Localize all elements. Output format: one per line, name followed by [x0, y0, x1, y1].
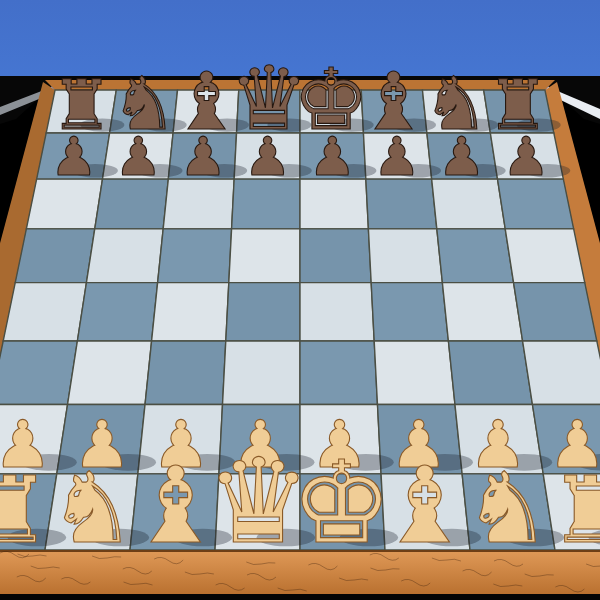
- piece-black-pawn-h7[interactable]: ♟: [502, 126, 550, 188]
- square-f5[interactable]: [368, 229, 442, 283]
- square-e3[interactable]: [300, 341, 377, 405]
- piece-black-pawn-f7[interactable]: ♟: [373, 126, 421, 188]
- square-a3[interactable]: [0, 341, 77, 405]
- piece-black-pawn-g7[interactable]: ♟: [438, 126, 486, 188]
- piece-white-rook-a1[interactable]: ♜: [0, 457, 51, 564]
- square-e4[interactable]: [300, 283, 374, 341]
- square-g4[interactable]: [442, 283, 522, 341]
- square-d4[interactable]: [226, 283, 300, 341]
- chess-3d-scene: ♜♞♝♛♚♝♞♜♟♟♟♟♟♟♟♟♟♟♟♟♟♟♟♟♜♞♝♛♚♝♞♜: [0, 0, 600, 600]
- square-h4[interactable]: [514, 283, 597, 341]
- piece-white-knight-b1[interactable]: ♞: [49, 451, 137, 565]
- square-f4[interactable]: [371, 283, 448, 341]
- piece-white-bishop-f1[interactable]: ♝: [377, 444, 471, 567]
- table-front-edge: [0, 594, 600, 600]
- square-b4[interactable]: [77, 283, 157, 341]
- square-g3[interactable]: [448, 341, 532, 405]
- square-e5[interactable]: [300, 229, 371, 283]
- square-d5[interactable]: [229, 229, 300, 283]
- square-b5[interactable]: [86, 229, 163, 283]
- piece-black-pawn-e7[interactable]: ♟: [308, 126, 356, 188]
- piece-black-pawn-b7[interactable]: ♟: [115, 126, 163, 188]
- square-g5[interactable]: [437, 229, 514, 283]
- square-c5[interactable]: [158, 229, 232, 283]
- square-h5[interactable]: [505, 229, 585, 283]
- square-d3[interactable]: [223, 341, 300, 405]
- chess-board[interactable]: ♜♞♝♛♚♝♞♜♟♟♟♟♟♟♟♟♟♟♟♟♟♟♟♟♜♞♝♛♚♝♞♜: [0, 0, 600, 600]
- square-b3[interactable]: [68, 341, 152, 405]
- piece-white-knight-g1[interactable]: ♞: [464, 451, 552, 565]
- piece-white-rook-h1[interactable]: ♜: [549, 457, 600, 564]
- piece-black-pawn-a7[interactable]: ♟: [50, 126, 98, 188]
- square-a5[interactable]: [15, 229, 95, 283]
- square-c3[interactable]: [145, 341, 226, 405]
- square-c4[interactable]: [152, 283, 229, 341]
- square-f3[interactable]: [374, 341, 455, 405]
- piece-black-pawn-c7[interactable]: ♟: [179, 126, 227, 188]
- piece-black-pawn-d7[interactable]: ♟: [244, 126, 292, 188]
- square-a4[interactable]: [3, 283, 86, 341]
- square-h3[interactable]: [523, 341, 600, 405]
